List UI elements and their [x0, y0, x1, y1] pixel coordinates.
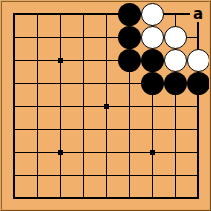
white-stone[interactable] [141, 3, 164, 26]
black-stone[interactable] [118, 26, 141, 49]
hoshi-point [58, 150, 63, 155]
go-board-frame: a [0, 0, 211, 211]
black-stone[interactable] [141, 49, 164, 72]
grid-line-horizontal [14, 129, 198, 130]
black-stone[interactable] [118, 3, 141, 26]
grid-line-horizontal [14, 152, 198, 153]
hoshi-point [150, 150, 155, 155]
go-board[interactable]: a [2, 2, 209, 209]
hoshi-point [104, 104, 109, 109]
hoshi-point [58, 58, 63, 63]
black-stone[interactable] [141, 72, 164, 95]
point-label-a[interactable]: a [190, 6, 206, 22]
black-stone[interactable] [118, 49, 141, 72]
white-stone[interactable] [141, 26, 164, 49]
white-stone[interactable] [164, 49, 187, 72]
black-stone[interactable] [187, 72, 209, 95]
black-stone[interactable] [164, 72, 187, 95]
go-board-frame-inner: a [1, 1, 210, 210]
white-stone[interactable] [164, 26, 187, 49]
white-stone[interactable] [187, 49, 209, 72]
grid-line-horizontal [14, 175, 198, 176]
